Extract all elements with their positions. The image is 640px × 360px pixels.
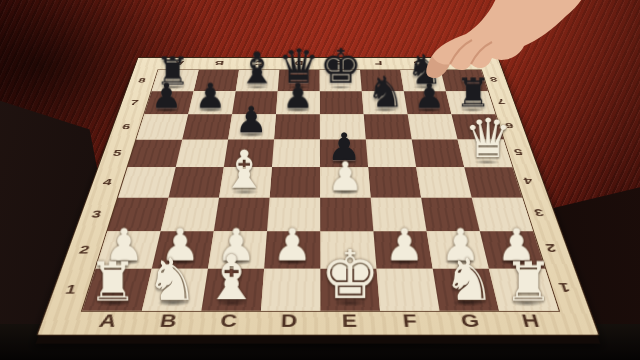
square-d6[interactable] bbox=[274, 114, 320, 139]
file-label-top-D: D bbox=[279, 58, 319, 69]
file-label-A: A bbox=[74, 309, 141, 334]
square-d2[interactable]: ♟ bbox=[264, 231, 320, 268]
square-b6[interactable] bbox=[182, 114, 232, 139]
piece-white-knight-b1[interactable]: ♞ bbox=[146, 251, 198, 309]
square-a5[interactable] bbox=[128, 140, 183, 168]
square-d7[interactable]: ♟ bbox=[276, 91, 320, 114]
file-label-top-E: E bbox=[319, 58, 359, 69]
square-h4[interactable] bbox=[464, 167, 522, 197]
square-a7[interactable]: ♟ bbox=[144, 91, 193, 114]
square-a1[interactable]: ♜ bbox=[82, 269, 151, 311]
photo-scene: ABCDEFGH ABCDEFGH 87654321 87654321 ♜♝♛♚… bbox=[0, 0, 640, 360]
piece-white-rook-h1[interactable]: ♜ bbox=[504, 255, 553, 309]
piece-white-pawn-e4[interactable]: ♟ bbox=[327, 156, 363, 196]
square-c6[interactable]: ♟ bbox=[228, 114, 276, 139]
square-b4[interactable] bbox=[169, 167, 224, 197]
piece-white-knight-g1[interactable]: ♞ bbox=[443, 251, 495, 309]
square-b1[interactable]: ♞ bbox=[142, 269, 208, 311]
square-e8[interactable]: ♚ bbox=[320, 70, 362, 91]
square-e3[interactable] bbox=[320, 198, 373, 232]
piece-black-pawn-d7[interactable]: ♟ bbox=[282, 79, 313, 114]
square-h1[interactable]: ♜ bbox=[489, 269, 559, 311]
file-labels-bottom: ABCDEFGH bbox=[74, 309, 565, 334]
piece-white-rook-a1[interactable]: ♜ bbox=[88, 255, 137, 309]
square-b7[interactable]: ♟ bbox=[188, 91, 235, 114]
piece-white-bishop-c1[interactable]: ♝ bbox=[204, 247, 259, 309]
piece-black-pawn-c6[interactable]: ♟ bbox=[235, 102, 268, 138]
square-e4[interactable]: ♟ bbox=[320, 167, 371, 197]
file-label-C: C bbox=[197, 309, 260, 334]
square-g4[interactable] bbox=[416, 167, 471, 197]
piece-white-king-e1[interactable]: ♚ bbox=[320, 242, 380, 309]
piece-white-pawn-d2[interactable]: ♟ bbox=[272, 223, 312, 267]
file-label-F: F bbox=[379, 309, 442, 334]
square-c1[interactable]: ♝ bbox=[201, 269, 264, 311]
file-label-E: E bbox=[319, 309, 380, 334]
square-a4[interactable] bbox=[118, 167, 176, 197]
square-g5[interactable] bbox=[412, 140, 465, 168]
square-h5[interactable]: ♛ bbox=[458, 140, 513, 168]
hand-shape bbox=[426, 0, 586, 78]
square-e7[interactable] bbox=[320, 91, 364, 114]
square-f1[interactable] bbox=[377, 269, 440, 311]
piece-white-pawn-f2[interactable]: ♟ bbox=[385, 223, 425, 267]
square-c8[interactable]: ♝ bbox=[236, 70, 280, 91]
file-label-D: D bbox=[258, 309, 319, 334]
square-d4[interactable] bbox=[270, 167, 321, 197]
square-a6[interactable] bbox=[136, 114, 188, 139]
piece-white-bishop-c4[interactable]: ♝ bbox=[221, 144, 268, 197]
square-g1[interactable]: ♞ bbox=[433, 269, 499, 311]
file-label-top-C: C bbox=[238, 58, 279, 69]
piece-black-pawn-b7[interactable]: ♟ bbox=[195, 79, 226, 114]
file-label-top-B: B bbox=[198, 58, 240, 69]
file-label-H: H bbox=[497, 309, 564, 334]
file-label-G: G bbox=[438, 309, 503, 334]
square-f5[interactable] bbox=[366, 140, 416, 168]
file-label-B: B bbox=[135, 309, 200, 334]
square-f2[interactable]: ♟ bbox=[373, 231, 432, 268]
file-label-top-A: A bbox=[158, 58, 201, 69]
square-e1[interactable]: ♚ bbox=[320, 269, 380, 311]
piece-black-pawn-a7[interactable]: ♟ bbox=[151, 79, 182, 114]
square-d5[interactable] bbox=[272, 140, 320, 168]
hand bbox=[380, 0, 640, 130]
square-c4[interactable]: ♝ bbox=[219, 167, 272, 197]
square-f4[interactable] bbox=[368, 167, 421, 197]
square-d1[interactable] bbox=[261, 269, 321, 311]
hand-graphic bbox=[380, 0, 640, 130]
